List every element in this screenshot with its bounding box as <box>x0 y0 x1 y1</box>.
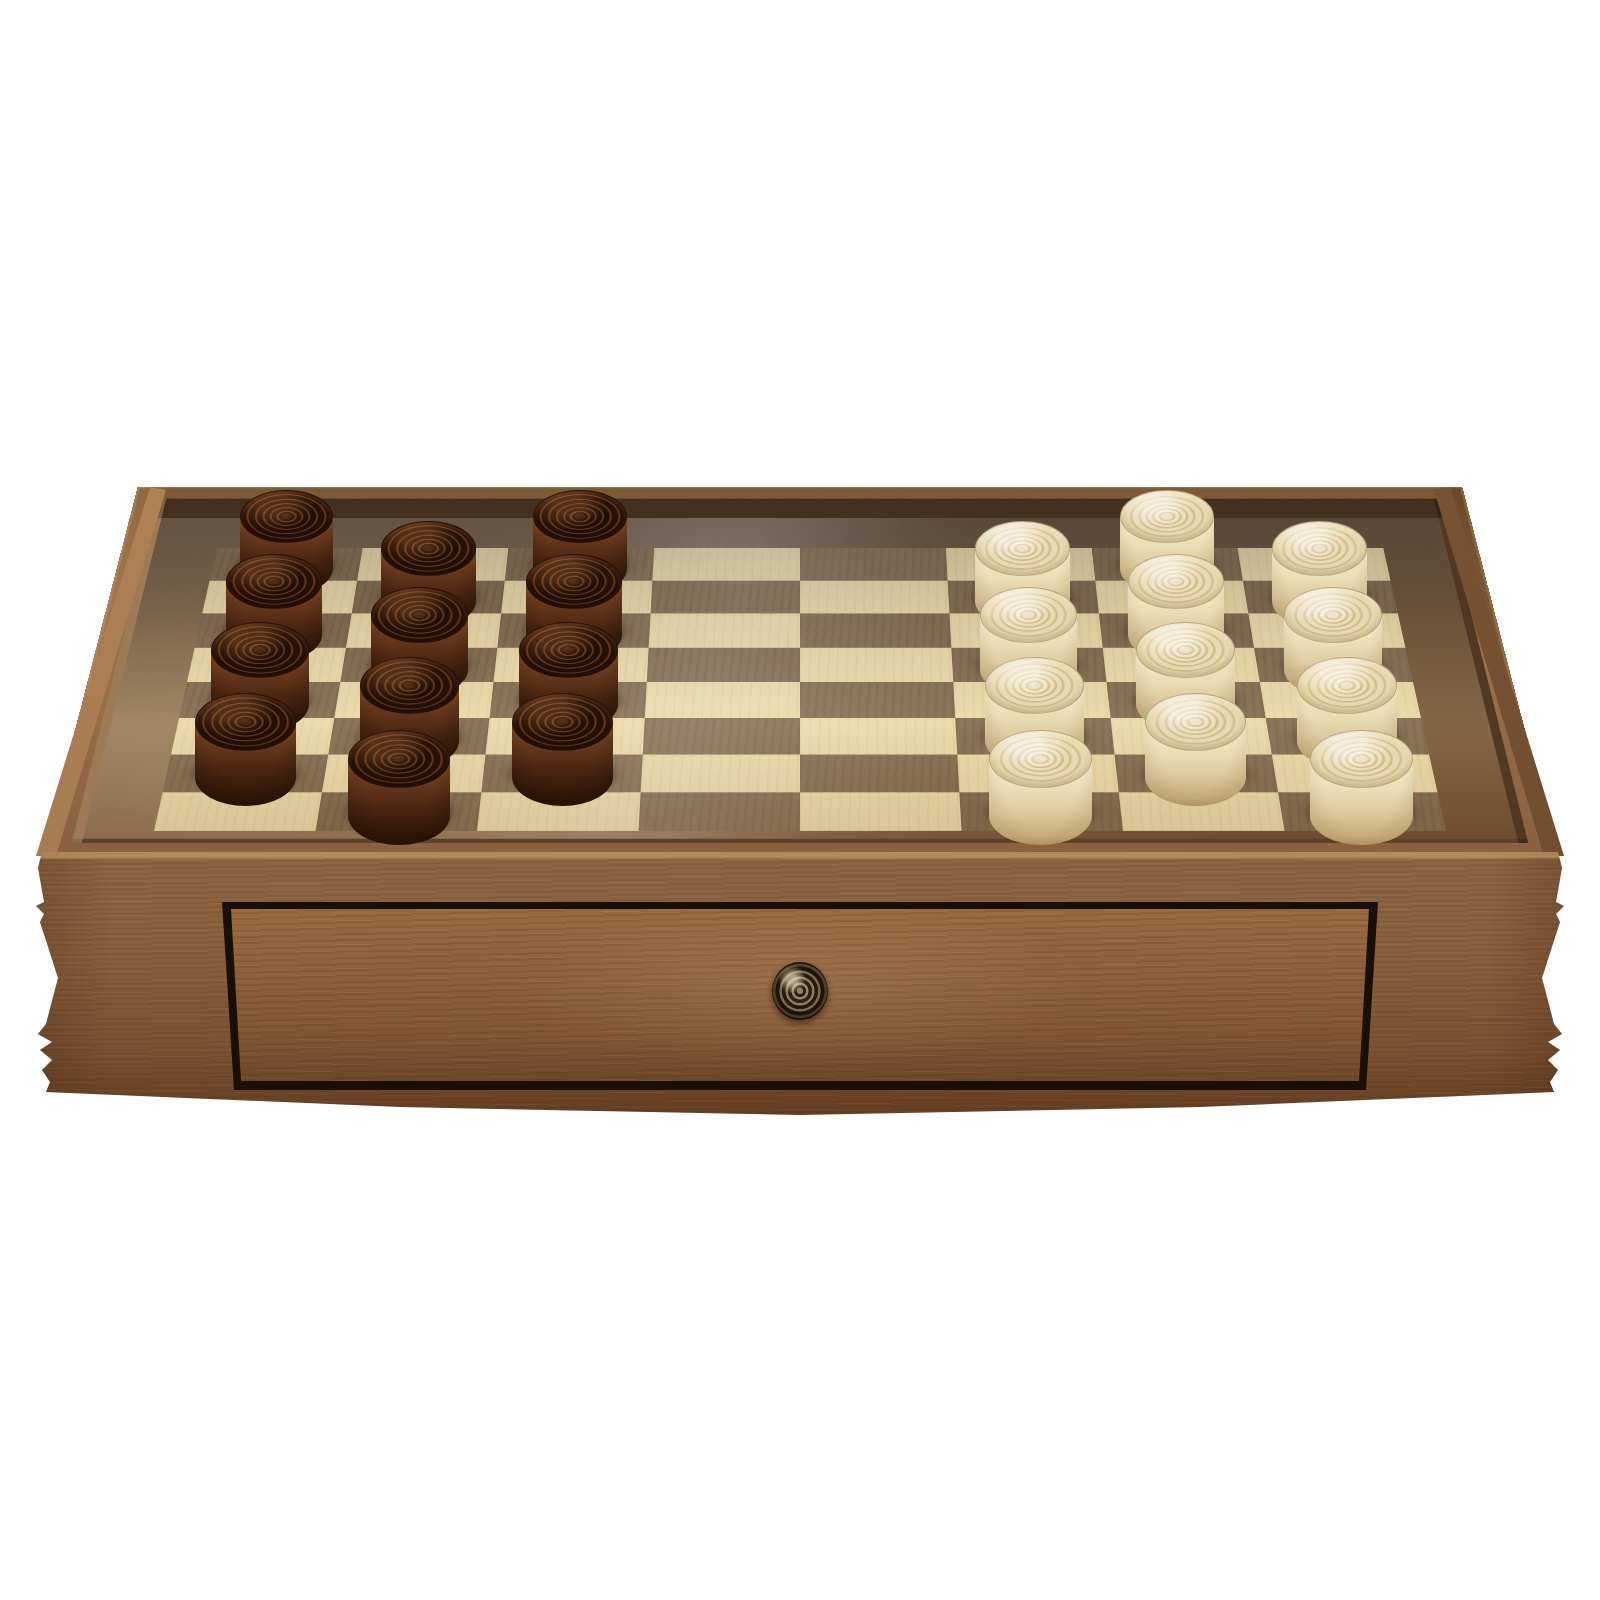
square-r3c8 <box>1248 613 1405 647</box>
square-r8c6 <box>959 792 1123 831</box>
square-r2c7 <box>1095 580 1248 613</box>
square-r1c2 <box>357 548 508 580</box>
square-r7c8 <box>1272 755 1438 793</box>
drawer-knob[interactable] <box>772 962 828 1020</box>
square-r5c5 <box>800 682 955 718</box>
board-rail <box>72 499 1529 844</box>
square-r6c8 <box>1266 718 1429 755</box>
square-r8c3 <box>477 792 641 831</box>
square-r4c8 <box>1254 647 1413 682</box>
square-r3c3 <box>497 613 650 647</box>
square-r5c2 <box>334 682 493 718</box>
square-r5c1 <box>179 682 340 718</box>
square-r8c7 <box>1119 792 1285 831</box>
square-r5c3 <box>490 682 647 718</box>
square-r8c5 <box>800 792 961 831</box>
square-r2c2 <box>352 580 505 613</box>
square-r3c7 <box>1099 613 1254 647</box>
square-r3c1 <box>195 613 352 647</box>
square-r7c2 <box>322 755 486 793</box>
square-r4c7 <box>1103 647 1260 682</box>
square-r1c6 <box>946 548 1095 580</box>
square-r5c8 <box>1260 682 1421 718</box>
square-r1c8 <box>1237 548 1390 580</box>
checkers-board <box>154 548 1446 831</box>
square-r8c4 <box>639 792 800 831</box>
square-r5c4 <box>645 682 800 718</box>
square-r6c7 <box>1110 718 1271 755</box>
square-r3c6 <box>949 613 1102 647</box>
square-r7c6 <box>957 755 1118 793</box>
square-r2c1 <box>202 580 357 613</box>
square-r4c3 <box>493 647 648 682</box>
square-r8c1 <box>154 792 322 831</box>
square-r6c3 <box>485 718 644 755</box>
square-r4c4 <box>647 647 800 682</box>
square-r6c6 <box>955 718 1114 755</box>
square-r7c5 <box>800 755 959 793</box>
square-r7c4 <box>641 755 800 793</box>
square-r7c1 <box>163 755 329 793</box>
square-r3c5 <box>800 613 951 647</box>
square-r6c4 <box>643 718 800 755</box>
square-r1c4 <box>652 548 800 580</box>
square-r4c6 <box>951 647 1106 682</box>
board-top <box>42 487 1558 858</box>
square-r3c4 <box>649 613 800 647</box>
square-r1c1 <box>210 548 363 580</box>
square-r6c2 <box>328 718 489 755</box>
square-r2c6 <box>948 580 1099 613</box>
square-r1c7 <box>1092 548 1243 580</box>
checkers-box-photo <box>0 0 1600 1600</box>
square-r8c2 <box>316 792 482 831</box>
square-r2c5 <box>800 580 949 613</box>
square-r3c2 <box>346 613 501 647</box>
square-r5c7 <box>1107 682 1266 718</box>
square-r7c3 <box>481 755 642 793</box>
square-r4c5 <box>800 647 953 682</box>
square-r4c1 <box>187 647 346 682</box>
square-r6c1 <box>171 718 334 755</box>
square-r2c3 <box>501 580 652 613</box>
square-r1c3 <box>505 548 654 580</box>
square-r2c4 <box>651 580 800 613</box>
square-r6c5 <box>800 718 957 755</box>
square-r4c2 <box>340 647 497 682</box>
square-r2c8 <box>1243 580 1398 613</box>
square-r1c5 <box>800 548 948 580</box>
square-r5c6 <box>953 682 1110 718</box>
square-r7c7 <box>1115 755 1279 793</box>
board-margin <box>83 518 1517 839</box>
square-r8c8 <box>1278 792 1446 831</box>
